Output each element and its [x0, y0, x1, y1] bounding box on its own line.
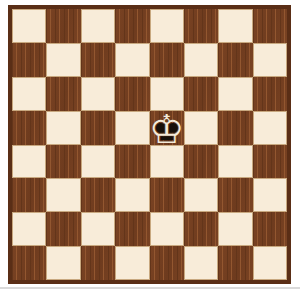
square-f2[interactable] — [184, 212, 218, 246]
square-b8[interactable] — [46, 9, 80, 43]
square-b6[interactable] — [46, 77, 80, 111]
square-f5[interactable] — [184, 111, 218, 145]
black-king[interactable]: ♚♔ — [150, 111, 184, 145]
square-b7[interactable] — [46, 43, 80, 77]
square-h7[interactable] — [253, 43, 287, 77]
square-a6[interactable] — [12, 77, 46, 111]
square-b1[interactable] — [46, 246, 80, 280]
square-c3[interactable] — [81, 178, 115, 212]
square-c7[interactable] — [81, 43, 115, 77]
square-a8[interactable] — [12, 9, 46, 43]
square-h1[interactable] — [253, 246, 287, 280]
square-a2[interactable] — [12, 212, 46, 246]
square-g5[interactable] — [218, 111, 252, 145]
square-f1[interactable] — [184, 246, 218, 280]
square-f4[interactable] — [184, 145, 218, 179]
square-h8[interactable] — [253, 9, 287, 43]
square-d5[interactable] — [115, 111, 149, 145]
square-f8[interactable] — [184, 9, 218, 43]
square-a5[interactable] — [12, 111, 46, 145]
square-c5[interactable] — [81, 111, 115, 145]
square-d8[interactable] — [115, 9, 149, 43]
square-b5[interactable] — [46, 111, 80, 145]
black-king-highlight: ♔ — [150, 112, 184, 146]
square-e6[interactable] — [150, 77, 184, 111]
square-d7[interactable] — [115, 43, 149, 77]
square-e5[interactable]: ♚♔ — [150, 111, 184, 145]
square-a3[interactable] — [12, 178, 46, 212]
board-drop-shadow — [0, 287, 300, 289]
square-e3[interactable] — [150, 178, 184, 212]
square-c1[interactable] — [81, 246, 115, 280]
square-h3[interactable] — [253, 178, 287, 212]
square-g8[interactable] — [218, 9, 252, 43]
square-g7[interactable] — [218, 43, 252, 77]
square-f3[interactable] — [184, 178, 218, 212]
square-b3[interactable] — [46, 178, 80, 212]
square-d3[interactable] — [115, 178, 149, 212]
square-e8[interactable] — [150, 9, 184, 43]
square-h2[interactable] — [253, 212, 287, 246]
square-g1[interactable] — [218, 246, 252, 280]
black-king-glyph: ♚ — [150, 112, 184, 146]
square-a4[interactable] — [12, 145, 46, 179]
square-c4[interactable] — [81, 145, 115, 179]
square-e2[interactable] — [150, 212, 184, 246]
board-grid: ♚♔ — [12, 9, 287, 280]
square-h6[interactable] — [253, 77, 287, 111]
square-a1[interactable] — [12, 246, 46, 280]
chess-board: ♚♔ — [8, 5, 291, 284]
square-a7[interactable] — [12, 43, 46, 77]
square-d6[interactable] — [115, 77, 149, 111]
square-g6[interactable] — [218, 77, 252, 111]
square-b4[interactable] — [46, 145, 80, 179]
square-g3[interactable] — [218, 178, 252, 212]
square-d1[interactable] — [115, 246, 149, 280]
square-b2[interactable] — [46, 212, 80, 246]
square-f6[interactable] — [184, 77, 218, 111]
square-e7[interactable] — [150, 43, 184, 77]
square-c2[interactable] — [81, 212, 115, 246]
square-e1[interactable] — [150, 246, 184, 280]
square-d4[interactable] — [115, 145, 149, 179]
square-g2[interactable] — [218, 212, 252, 246]
square-h4[interactable] — [253, 145, 287, 179]
square-h5[interactable] — [253, 111, 287, 145]
square-c6[interactable] — [81, 77, 115, 111]
square-f7[interactable] — [184, 43, 218, 77]
square-e4[interactable] — [150, 145, 184, 179]
square-c8[interactable] — [81, 9, 115, 43]
square-g4[interactable] — [218, 145, 252, 179]
square-d2[interactable] — [115, 212, 149, 246]
